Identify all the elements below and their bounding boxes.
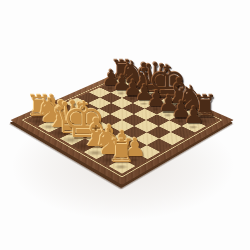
piece-white-rook-h1: ♜: [108, 135, 137, 167]
chess-set-product-photo: ♜♞♟♝♟♛♟♚♟♝♟♞♟♟♜♟♟♜♟♟♞♟♝♟♛♟♚♟♝♟♞♜: [0, 0, 250, 250]
piece-black-pawn-h7: ♟: [184, 104, 205, 127]
pieces-layer: ♜♞♟♝♟♛♟♚♟♝♟♞♟♟♜♟♟♜♟♟♞♟♝♟♛♟♚♟♝♟♞♜: [0, 0, 250, 250]
